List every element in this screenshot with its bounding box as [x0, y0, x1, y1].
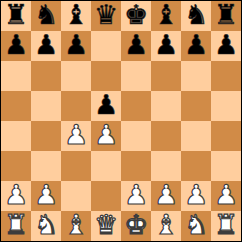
square-g4[interactable]	[181, 121, 211, 151]
square-a2[interactable]: ♟	[1, 181, 31, 211]
square-c6[interactable]	[61, 61, 91, 91]
square-g6[interactable]	[181, 61, 211, 91]
square-a4[interactable]	[1, 121, 31, 151]
square-h8[interactable]: ♜	[211, 1, 241, 31]
piece-black-bishop[interactable]: ♝	[154, 0, 178, 30]
chess-board: ♜♞♝♛♚♝♞♜♟♟♟♟♟♟♟♟♟♟♟♟♟♟♟♟♜♞♝♛♚♝♞♜	[0, 0, 242, 242]
square-e7[interactable]: ♟	[121, 31, 151, 61]
square-a5[interactable]	[1, 91, 31, 121]
piece-black-knight[interactable]: ♞	[184, 0, 208, 30]
square-h1[interactable]: ♜	[211, 211, 241, 241]
square-e5[interactable]	[121, 91, 151, 121]
piece-black-pawn[interactable]: ♟	[94, 90, 118, 120]
square-g1[interactable]: ♞	[181, 211, 211, 241]
piece-white-rook[interactable]: ♜	[4, 210, 28, 240]
square-e4[interactable]	[121, 121, 151, 151]
square-g7[interactable]: ♟	[181, 31, 211, 61]
square-a3[interactable]	[1, 151, 31, 181]
square-g8[interactable]: ♞	[181, 1, 211, 31]
piece-white-bishop[interactable]: ♝	[154, 210, 178, 240]
piece-black-rook[interactable]: ♜	[214, 0, 238, 30]
square-d1[interactable]: ♛	[91, 211, 121, 241]
piece-black-queen[interactable]: ♛	[94, 0, 118, 30]
square-d5[interactable]: ♟	[91, 91, 121, 121]
piece-black-pawn[interactable]: ♟	[214, 30, 238, 60]
square-c4[interactable]: ♟	[61, 121, 91, 151]
square-h5[interactable]	[211, 91, 241, 121]
square-b2[interactable]: ♟	[31, 181, 61, 211]
square-g3[interactable]	[181, 151, 211, 181]
piece-white-queen[interactable]: ♛	[94, 210, 118, 240]
piece-white-rook[interactable]: ♜	[214, 210, 238, 240]
square-a8[interactable]: ♜	[1, 1, 31, 31]
square-c1[interactable]: ♝	[61, 211, 91, 241]
square-d3[interactable]	[91, 151, 121, 181]
piece-black-bishop[interactable]: ♝	[64, 0, 88, 30]
piece-black-pawn[interactable]: ♟	[4, 30, 28, 60]
square-f6[interactable]	[151, 61, 181, 91]
square-a7[interactable]: ♟	[1, 31, 31, 61]
piece-black-pawn[interactable]: ♟	[34, 30, 58, 60]
piece-white-pawn[interactable]: ♟	[34, 180, 58, 210]
square-d6[interactable]	[91, 61, 121, 91]
piece-white-pawn[interactable]: ♟	[124, 180, 148, 210]
square-h2[interactable]: ♟	[211, 181, 241, 211]
piece-black-rook[interactable]: ♜	[4, 0, 28, 30]
square-f2[interactable]: ♟	[151, 181, 181, 211]
square-b1[interactable]: ♞	[31, 211, 61, 241]
square-e1[interactable]: ♚	[121, 211, 151, 241]
piece-white-knight[interactable]: ♞	[34, 210, 58, 240]
square-d8[interactable]: ♛	[91, 1, 121, 31]
piece-black-knight[interactable]: ♞	[34, 0, 58, 30]
square-c3[interactable]	[61, 151, 91, 181]
piece-black-pawn[interactable]: ♟	[154, 30, 178, 60]
square-e8[interactable]: ♚	[121, 1, 151, 31]
square-e3[interactable]	[121, 151, 151, 181]
piece-black-king[interactable]: ♚	[124, 0, 148, 30]
square-f3[interactable]	[151, 151, 181, 181]
square-b8[interactable]: ♞	[31, 1, 61, 31]
piece-black-pawn[interactable]: ♟	[184, 30, 208, 60]
square-h3[interactable]	[211, 151, 241, 181]
square-c2[interactable]	[61, 181, 91, 211]
square-b3[interactable]	[31, 151, 61, 181]
square-c5[interactable]	[61, 91, 91, 121]
square-b4[interactable]	[31, 121, 61, 151]
square-f7[interactable]: ♟	[151, 31, 181, 61]
square-a1[interactable]: ♜	[1, 211, 31, 241]
piece-white-pawn[interactable]: ♟	[184, 180, 208, 210]
square-b7[interactable]: ♟	[31, 31, 61, 61]
piece-black-pawn[interactable]: ♟	[124, 30, 148, 60]
square-e6[interactable]	[121, 61, 151, 91]
piece-white-pawn[interactable]: ♟	[94, 120, 118, 150]
square-d2[interactable]	[91, 181, 121, 211]
square-h4[interactable]	[211, 121, 241, 151]
square-f8[interactable]: ♝	[151, 1, 181, 31]
square-h7[interactable]: ♟	[211, 31, 241, 61]
square-d7[interactable]	[91, 31, 121, 61]
piece-white-pawn[interactable]: ♟	[4, 180, 28, 210]
square-h6[interactable]	[211, 61, 241, 91]
piece-white-pawn[interactable]: ♟	[214, 180, 238, 210]
square-g5[interactable]	[181, 91, 211, 121]
square-e2[interactable]: ♟	[121, 181, 151, 211]
piece-white-pawn[interactable]: ♟	[64, 120, 88, 150]
piece-white-bishop[interactable]: ♝	[64, 210, 88, 240]
piece-white-king[interactable]: ♚	[124, 210, 148, 240]
square-a6[interactable]	[1, 61, 31, 91]
piece-white-pawn[interactable]: ♟	[154, 180, 178, 210]
piece-white-knight[interactable]: ♞	[184, 210, 208, 240]
square-b5[interactable]	[31, 91, 61, 121]
square-c7[interactable]: ♟	[61, 31, 91, 61]
square-g2[interactable]: ♟	[181, 181, 211, 211]
square-f1[interactable]: ♝	[151, 211, 181, 241]
square-b6[interactable]	[31, 61, 61, 91]
piece-black-pawn[interactable]: ♟	[64, 30, 88, 60]
square-f4[interactable]	[151, 121, 181, 151]
square-f5[interactable]	[151, 91, 181, 121]
square-d4[interactable]: ♟	[91, 121, 121, 151]
square-c8[interactable]: ♝	[61, 1, 91, 31]
